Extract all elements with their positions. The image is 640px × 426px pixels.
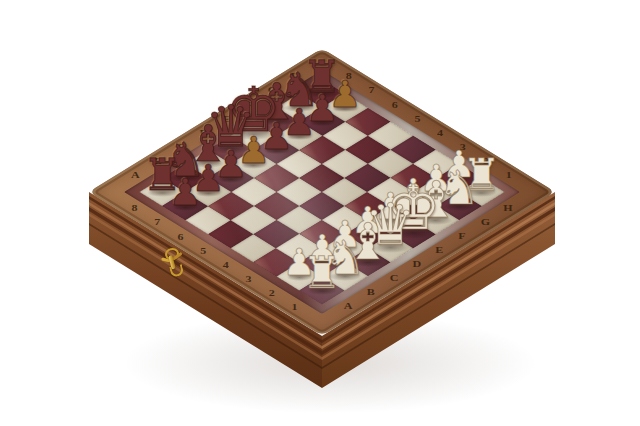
scene: AABBCCDDEEFFGGHH1122334455667788 ♜♞♟♝♟♚♟… [0, 0, 640, 426]
pawn-glyph: ♟ [169, 174, 202, 211]
rook-glyph: ♜ [302, 251, 341, 295]
piece-white-rook-a1: ♜ [302, 251, 341, 295]
piece-black-pawn-a7: ♟ [169, 174, 202, 211]
pieces-layer: ♜♞♟♝♟♚♟♛♟♝♟♞♟♟♜♟♟♜♟♟♞♟♝♟♚♟♛♟♝♟♞♜ [0, 0, 640, 426]
